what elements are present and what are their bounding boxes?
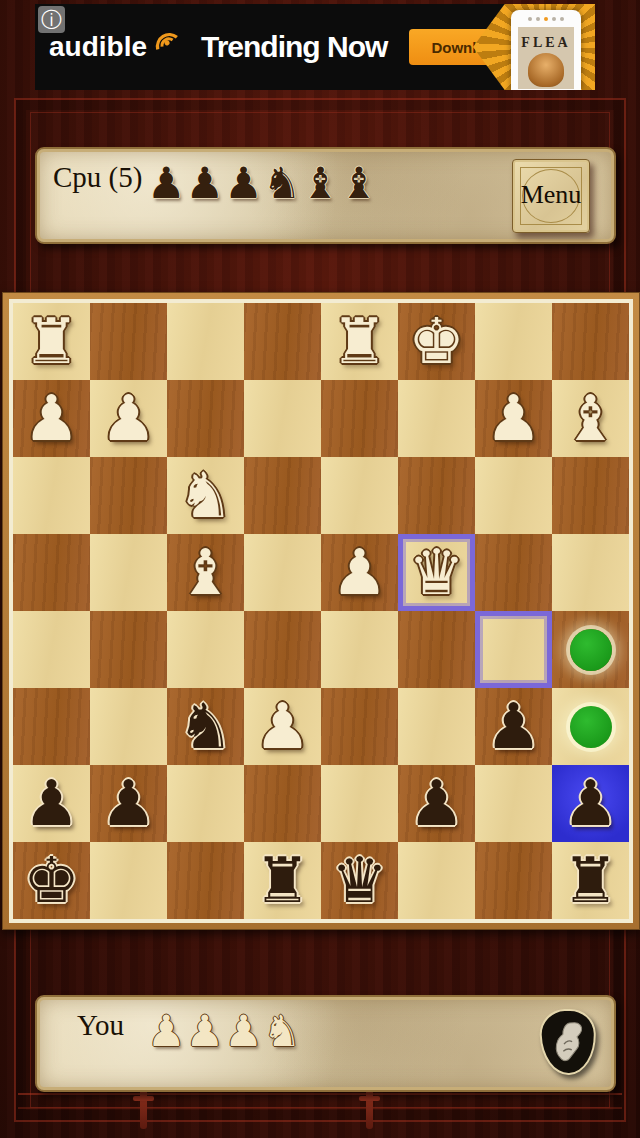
menu-button-label: Menu (513, 180, 589, 210)
square-b5[interactable] (475, 611, 552, 688)
square-f8[interactable] (167, 842, 244, 919)
square-c7[interactable]: ♟ (398, 765, 475, 842)
square-b3[interactable] (475, 457, 552, 534)
square-c6[interactable] (398, 688, 475, 765)
audiobook-cover-figure (528, 53, 564, 87)
cpu-captured-tray: ♟♟♟♞♝♝ (147, 153, 378, 213)
square-a5[interactable] (552, 611, 629, 688)
square-d2[interactable] (321, 380, 398, 457)
square-c1[interactable]: ♚ (398, 303, 475, 380)
captured-white-pawn: ♟ (224, 1001, 263, 1061)
audible-arcs-icon (145, 21, 182, 56)
you-label: You (77, 1009, 124, 1042)
square-e6[interactable]: ♟ (244, 688, 321, 765)
square-f1[interactable] (167, 303, 244, 380)
white-pawn: ♟ (321, 538, 398, 608)
ad-banner[interactable]: audible Trending Now Download now FLEA (35, 4, 595, 90)
sword-ornament (140, 1087, 147, 1129)
square-d7[interactable] (321, 765, 398, 842)
black-rook: ♜ (552, 846, 629, 916)
square-d5[interactable] (321, 611, 398, 688)
black-queen: ♛ (321, 846, 398, 916)
phone-status-icons (511, 17, 581, 21)
square-f3[interactable]: ♞ (167, 457, 244, 534)
white-king: ♚ (398, 307, 475, 377)
square-a7[interactable]: ♟ (552, 765, 629, 842)
square-g8[interactable] (90, 842, 167, 919)
square-h5[interactable] (13, 611, 90, 688)
legal-move-hint-a6[interactable] (570, 706, 612, 748)
square-b1[interactable] (475, 303, 552, 380)
white-pawn: ♟ (90, 384, 167, 454)
square-f7[interactable] (167, 765, 244, 842)
square-g7[interactable]: ♟ (90, 765, 167, 842)
white-pawn: ♟ (13, 384, 90, 454)
square-a1[interactable] (552, 303, 629, 380)
cpu-label: Cpu (5) (53, 161, 142, 194)
white-knight: ♞ (167, 461, 244, 531)
audiobook-cover: FLEA (518, 27, 574, 89)
ad-artwork: FLEA (473, 4, 595, 90)
white-bishop: ♝ (552, 384, 629, 454)
captured-black-bishop: ♝ (340, 153, 379, 213)
black-pawn: ♟ (475, 692, 552, 762)
board-grid: ♜♜♚♟♟♟♝♞♝♟♛♞♟♟♟♟♟♟♚♜♛♜ (13, 303, 629, 919)
captured-white-pawn: ♟ (186, 1001, 225, 1061)
square-f5[interactable] (167, 611, 244, 688)
square-h3[interactable] (13, 457, 90, 534)
square-e7[interactable] (244, 765, 321, 842)
black-rook: ♜ (244, 846, 321, 916)
square-d4[interactable]: ♟ (321, 534, 398, 611)
square-b7[interactable] (475, 765, 552, 842)
bottom-ornament-line (18, 1093, 622, 1109)
square-b8[interactable] (475, 842, 552, 919)
audible-logo: audible (49, 21, 179, 73)
square-g1[interactable] (90, 303, 167, 380)
square-a4[interactable] (552, 534, 629, 611)
square-a2[interactable]: ♝ (552, 380, 629, 457)
white-rook: ♜ (321, 307, 398, 377)
white-pawn: ♟ (475, 384, 552, 454)
captured-black-pawn: ♟ (224, 153, 263, 213)
black-pawn: ♟ (90, 769, 167, 839)
square-c3[interactable] (398, 457, 475, 534)
audiobook-cover-title: FLEA (518, 27, 574, 51)
square-g4[interactable] (90, 534, 167, 611)
black-pawn: ♟ (552, 769, 629, 839)
square-d6[interactable] (321, 688, 398, 765)
captured-black-pawn: ♟ (147, 153, 186, 213)
ad-info-icon[interactable]: ⓘ (38, 6, 65, 33)
white-rook: ♜ (13, 307, 90, 377)
square-b6[interactable]: ♟ (475, 688, 552, 765)
black-knight: ♞ (167, 692, 244, 762)
captured-black-bishop: ♝ (301, 153, 340, 213)
square-h7[interactable]: ♟ (13, 765, 90, 842)
square-g6[interactable] (90, 688, 167, 765)
square-e4[interactable] (244, 534, 321, 611)
menu-button[interactable]: Menu (512, 159, 590, 233)
square-c4[interactable]: ♛ (398, 534, 475, 611)
ad-headline: Trending Now (201, 30, 387, 64)
square-d1[interactable]: ♜ (321, 303, 398, 380)
square-c8[interactable] (398, 842, 475, 919)
cpu-panel: Cpu (5) ♟♟♟♞♝♝ Menu (35, 147, 616, 244)
square-e2[interactable] (244, 380, 321, 457)
square-b2[interactable]: ♟ (475, 380, 552, 457)
captured-white-knight: ♞ (263, 1001, 302, 1061)
square-b4[interactable] (475, 534, 552, 611)
square-h6[interactable] (13, 688, 90, 765)
phone-mockup: FLEA (511, 10, 581, 90)
square-a3[interactable] (552, 457, 629, 534)
white-pawn: ♟ (244, 692, 321, 762)
black-pawn: ♟ (13, 769, 90, 839)
square-c2[interactable] (398, 380, 475, 457)
sword-ornament (366, 1087, 373, 1129)
you-panel: You ♟♟♟♞ (35, 995, 616, 1092)
square-h1[interactable]: ♜ (13, 303, 90, 380)
square-f6[interactable]: ♞ (167, 688, 244, 765)
square-h4[interactable] (13, 534, 90, 611)
square-e1[interactable] (244, 303, 321, 380)
square-h8[interactable]: ♚ (13, 842, 90, 919)
square-g2[interactable]: ♟ (90, 380, 167, 457)
square-d3[interactable] (321, 457, 398, 534)
square-a8[interactable]: ♜ (552, 842, 629, 919)
square-a6[interactable] (552, 688, 629, 765)
white-queen: ♛ (398, 538, 475, 608)
captured-black-pawn: ♟ (186, 153, 225, 213)
square-d8[interactable]: ♛ (321, 842, 398, 919)
legal-move-hint-a5[interactable] (570, 629, 612, 671)
thinker-icon (539, 1008, 597, 1076)
square-e3[interactable] (244, 457, 321, 534)
black-king: ♚ (13, 846, 90, 916)
square-c5[interactable] (398, 611, 475, 688)
you-captured-tray: ♟♟♟♞ (147, 1001, 301, 1061)
square-g3[interactable] (90, 457, 167, 534)
black-pawn: ♟ (398, 769, 475, 839)
captured-white-pawn: ♟ (147, 1001, 186, 1061)
square-g5[interactable] (90, 611, 167, 688)
square-f4[interactable]: ♝ (167, 534, 244, 611)
square-h2[interactable]: ♟ (13, 380, 90, 457)
square-e8[interactable]: ♜ (244, 842, 321, 919)
square-e5[interactable] (244, 611, 321, 688)
chess-board: ♜♜♚♟♟♟♝♞♝♟♛♞♟♟♟♟♟♟♚♜♛♜ (2, 292, 640, 930)
square-f2[interactable] (167, 380, 244, 457)
captured-black-knight: ♞ (263, 153, 302, 213)
white-bishop: ♝ (167, 538, 244, 608)
